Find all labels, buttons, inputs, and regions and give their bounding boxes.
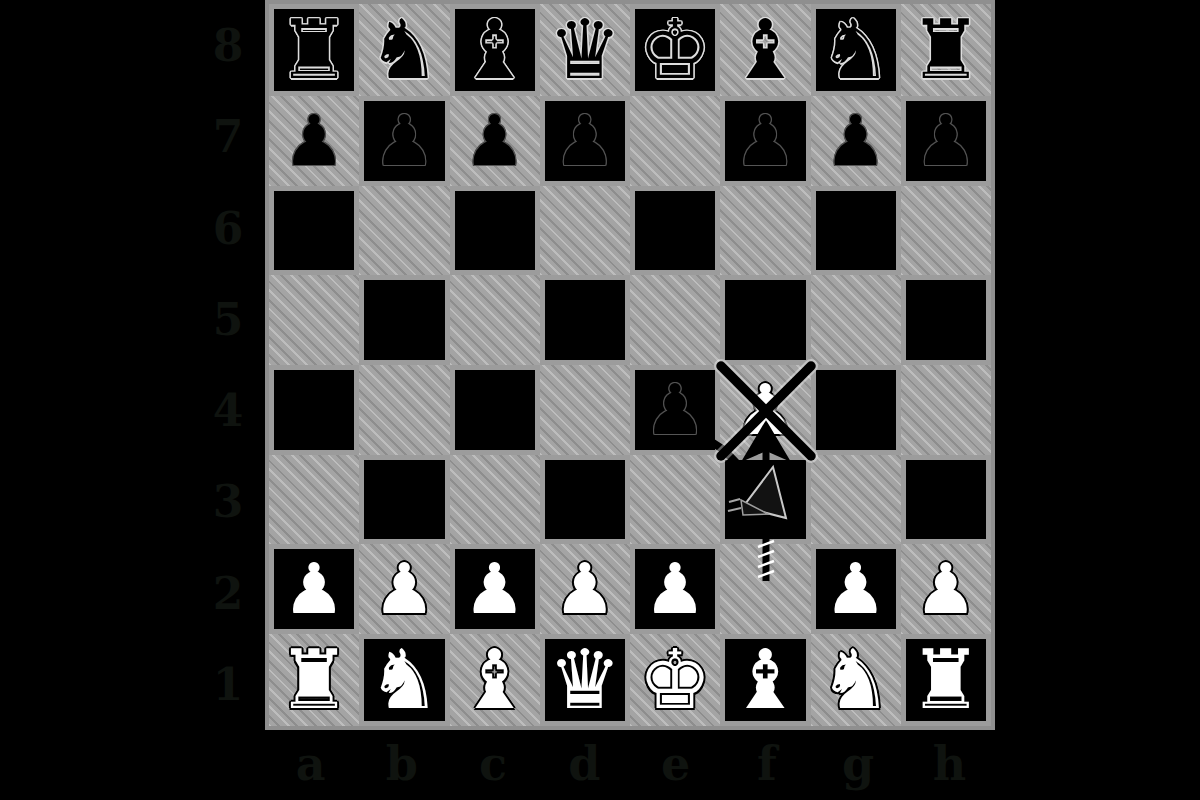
square-a2[interactable]: ♟: [269, 544, 359, 634]
piece-black-rook: ♜: [909, 9, 983, 91]
square-f4[interactable]: ♟: [720, 365, 810, 455]
square-b3[interactable]: [359, 455, 449, 545]
square-c7[interactable]: ♟: [450, 96, 540, 186]
square-b1[interactable]: ♞: [359, 634, 449, 726]
piece-white-knight: ♞: [368, 639, 442, 721]
piece-black-king: ♚: [638, 9, 712, 91]
square-a1[interactable]: ♜: [269, 634, 359, 726]
square-c6[interactable]: [450, 186, 540, 276]
rank-label-3: 3: [196, 456, 260, 547]
piece-black-knight: ♞: [819, 9, 893, 91]
file-label-c: c: [448, 733, 539, 795]
square-h6[interactable]: [901, 186, 991, 276]
file-label-h: h: [904, 733, 995, 795]
square-h7[interactable]: ♟: [901, 96, 991, 186]
piece-white-rook: ♜: [277, 639, 351, 721]
square-h4[interactable]: [901, 365, 991, 455]
piece-black-pawn: ♟: [283, 106, 346, 176]
piece-white-rook: ♜: [909, 639, 983, 721]
piece-black-bishop: ♝: [458, 9, 532, 91]
square-g2[interactable]: ♟: [811, 544, 901, 634]
square-c4[interactable]: [450, 365, 540, 455]
square-e8[interactable]: ♚: [630, 4, 720, 96]
square-e7[interactable]: [630, 96, 720, 186]
piece-black-pawn: ♟: [914, 106, 977, 176]
square-g8[interactable]: ♞: [811, 4, 901, 96]
piece-white-queen: ♛: [548, 639, 622, 721]
piece-black-pawn: ♟: [553, 106, 616, 176]
piece-black-rook: ♜: [277, 9, 351, 91]
piece-white-pawn: ♟: [463, 554, 526, 624]
square-c2[interactable]: ♟: [450, 544, 540, 634]
square-d7[interactable]: ♟: [540, 96, 630, 186]
square-c1[interactable]: ♝: [450, 634, 540, 726]
square-h2[interactable]: ♟: [901, 544, 991, 634]
piece-black-pawn: ♟: [824, 106, 887, 176]
square-a6[interactable]: [269, 186, 359, 276]
piece-white-bishop: ♝: [729, 639, 803, 721]
piece-black-pawn: ♟: [734, 106, 797, 176]
file-label-f: f: [721, 733, 812, 795]
square-d5[interactable]: [540, 275, 630, 365]
square-e1[interactable]: ♚: [630, 634, 720, 726]
square-c3[interactable]: [450, 455, 540, 545]
square-g4[interactable]: [811, 365, 901, 455]
square-d8[interactable]: ♛: [540, 4, 630, 96]
square-g6[interactable]: [811, 186, 901, 276]
square-b6[interactable]: [359, 186, 449, 276]
piece-white-pawn: ♟: [283, 554, 346, 624]
square-d4[interactable]: [540, 365, 630, 455]
file-label-b: b: [356, 733, 447, 795]
rank-labels: 87654321: [196, 0, 260, 730]
file-label-e: e: [630, 733, 721, 795]
square-f3[interactable]: [720, 455, 810, 545]
rank-label-1: 1: [196, 639, 260, 730]
piece-white-pawn: ♟: [914, 554, 977, 624]
square-g5[interactable]: [811, 275, 901, 365]
square-b4[interactable]: [359, 365, 449, 455]
chess-board: ♜♞♝♛♚♝♞♜♟♟♟♟♟♟♟♟♟♟♟♟♟♟♟♟♜♞♝♛♚♝♞♜: [269, 4, 991, 726]
piece-black-pawn: ♟: [644, 375, 707, 445]
file-label-g: g: [813, 733, 904, 795]
piece-white-knight: ♞: [819, 639, 893, 721]
square-h3[interactable]: [901, 455, 991, 545]
square-g7[interactable]: ♟: [811, 96, 901, 186]
rank-label-5: 5: [196, 274, 260, 365]
piece-black-pawn: ♟: [463, 106, 526, 176]
square-b2[interactable]: ♟: [359, 544, 449, 634]
square-b7[interactable]: ♟: [359, 96, 449, 186]
square-d1[interactable]: ♛: [540, 634, 630, 726]
square-h8[interactable]: ♜: [901, 4, 991, 96]
square-d2[interactable]: ♟: [540, 544, 630, 634]
piece-white-pawn: ♟: [644, 554, 707, 624]
piece-white-pawn: ♟: [824, 554, 887, 624]
square-f6[interactable]: [720, 186, 810, 276]
chess-board-frame: ♜♞♝♛♚♝♞♜♟♟♟♟♟♟♟♟♟♟♟♟♟♟♟♟♜♞♝♛♚♝♞♜: [265, 0, 995, 730]
square-c8[interactable]: ♝: [450, 4, 540, 96]
square-d3[interactable]: [540, 455, 630, 545]
square-e5[interactable]: [630, 275, 720, 365]
piece-white-pawn: ♟: [734, 375, 797, 445]
rank-label-7: 7: [196, 91, 260, 182]
piece-white-bishop: ♝: [458, 639, 532, 721]
rank-label-2: 2: [196, 548, 260, 639]
rank-label-8: 8: [196, 0, 260, 91]
square-b8[interactable]: ♞: [359, 4, 449, 96]
piece-black-pawn: ♟: [373, 106, 436, 176]
square-c5[interactable]: [450, 275, 540, 365]
square-f8[interactable]: ♝: [720, 4, 810, 96]
square-f7[interactable]: ♟: [720, 96, 810, 186]
square-f5[interactable]: [720, 275, 810, 365]
square-a8[interactable]: ♜: [269, 4, 359, 96]
square-e6[interactable]: [630, 186, 720, 276]
square-a7[interactable]: ♟: [269, 96, 359, 186]
file-labels: abcdefgh: [265, 733, 995, 795]
piece-black-bishop: ♝: [729, 9, 803, 91]
piece-white-pawn: ♟: [553, 554, 616, 624]
square-a4[interactable]: [269, 365, 359, 455]
square-h5[interactable]: [901, 275, 991, 365]
square-d6[interactable]: [540, 186, 630, 276]
square-g3[interactable]: [811, 455, 901, 545]
square-g1[interactable]: ♞: [811, 634, 901, 726]
file-label-d: d: [539, 733, 630, 795]
square-a3[interactable]: [269, 455, 359, 545]
square-b5[interactable]: [359, 275, 449, 365]
square-f1[interactable]: ♝: [720, 634, 810, 726]
square-e4[interactable]: ♟: [630, 365, 720, 455]
square-a5[interactable]: [269, 275, 359, 365]
piece-white-pawn: ♟: [373, 554, 436, 624]
rank-label-4: 4: [196, 365, 260, 456]
rank-label-6: 6: [196, 183, 260, 274]
square-e3[interactable]: [630, 455, 720, 545]
file-label-a: a: [265, 733, 356, 795]
square-h1[interactable]: ♜: [901, 634, 991, 726]
piece-white-king: ♚: [638, 639, 712, 721]
piece-black-knight: ♞: [368, 9, 442, 91]
square-e2[interactable]: ♟: [630, 544, 720, 634]
piece-black-queen: ♛: [548, 9, 622, 91]
square-f2[interactable]: [720, 544, 810, 634]
